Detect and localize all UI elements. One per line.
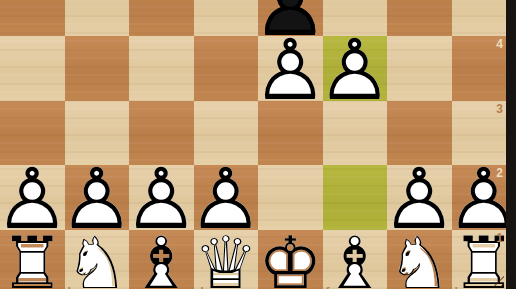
square-b5[interactable] <box>65 0 130 36</box>
white-pawn[interactable]: ♟♙ <box>129 165 194 230</box>
white-pawn[interactable]: ♟♙ <box>387 165 452 230</box>
right-letterbox <box>506 0 516 289</box>
square-a1[interactable]: ♜♖a <box>0 230 65 289</box>
white-pawn[interactable]: ♟♙ <box>0 165 65 230</box>
square-g4[interactable] <box>387 36 452 101</box>
square-d2[interactable]: ♟♙ <box>194 165 259 230</box>
square-d4[interactable] <box>194 36 259 101</box>
square-g5[interactable] <box>387 0 452 36</box>
white-knight[interactable]: ♞♘ <box>387 230 452 289</box>
white-pawn[interactable]: ♟♙ <box>65 165 130 230</box>
white-queen[interactable]: ♛♕ <box>194 230 259 289</box>
square-b1[interactable]: ♞♘b <box>65 230 130 289</box>
rank-label-3: 3 <box>496 103 503 115</box>
rank-label-1: 1 <box>496 232 503 244</box>
square-d1[interactable]: ♛♕d <box>194 230 259 289</box>
square-c4[interactable] <box>129 36 194 101</box>
square-g2[interactable]: ♟♙ <box>387 165 452 230</box>
square-a5[interactable] <box>0 0 65 36</box>
square-c1[interactable]: ♝♗c <box>129 230 194 289</box>
white-rook[interactable]: ♜♖ <box>0 230 65 289</box>
square-a4[interactable] <box>0 36 65 101</box>
rank-label-2: 2 <box>496 167 503 179</box>
white-bishop[interactable]: ♝♗ <box>129 230 194 289</box>
square-f2[interactable] <box>323 165 388 230</box>
square-c2[interactable]: ♟♙ <box>129 165 194 230</box>
square-a2[interactable]: ♟♙ <box>0 165 65 230</box>
rank-label-4: 4 <box>496 38 503 50</box>
white-king[interactable]: ♚♔ <box>258 230 323 289</box>
white-knight-outline: ♘ <box>64 227 129 289</box>
white-knight-outline: ♘ <box>387 227 452 289</box>
square-e1[interactable]: ♚♔e <box>258 230 323 289</box>
white-queen-outline: ♕ <box>193 227 258 289</box>
square-e2[interactable] <box>258 165 323 230</box>
square-d5[interactable] <box>194 0 259 36</box>
chess-board: ♟♙♟♙♟♙43♟♙♟♙♟♙♟♙♟♙♟♙2♜♖a♞♘b♝♗c♛♕d♚♔e♝♗f♞… <box>0 0 516 289</box>
square-f4[interactable]: ♟♙ <box>323 36 388 101</box>
white-pawn-outline: ♙ <box>317 28 392 112</box>
square-f1[interactable]: ♝♗f <box>323 230 388 289</box>
square-g1[interactable]: ♞♘g <box>387 230 452 289</box>
white-bishop-outline: ♗ <box>129 227 194 289</box>
square-b4[interactable] <box>65 36 130 101</box>
white-pawn[interactable]: ♟♙ <box>323 36 388 101</box>
square-c5[interactable] <box>129 0 194 36</box>
white-pawn[interactable]: ♟♙ <box>258 36 323 101</box>
white-rook-outline: ♖ <box>0 227 65 289</box>
square-e4[interactable]: ♟♙ <box>258 36 323 101</box>
board-viewport: ♟♙♟♙♟♙43♟♙♟♙♟♙♟♙♟♙♟♙2♜♖a♞♘b♝♗c♛♕d♚♔e♝♗f♞… <box>0 0 516 289</box>
white-king-outline: ♔ <box>258 227 323 289</box>
white-pawn[interactable]: ♟♙ <box>194 165 259 230</box>
white-bishop[interactable]: ♝♗ <box>323 230 388 289</box>
square-b2[interactable]: ♟♙ <box>65 165 130 230</box>
white-knight[interactable]: ♞♘ <box>65 230 130 289</box>
white-bishop-outline: ♗ <box>322 227 387 289</box>
